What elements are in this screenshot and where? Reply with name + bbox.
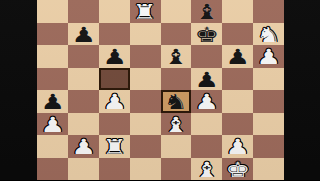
- white-pawn-h6[interactable]: ♟: [256, 48, 280, 66]
- square-h2[interactable]: [253, 135, 284, 158]
- black-knight-e4[interactable]: ♞: [164, 93, 188, 111]
- square-c2[interactable]: ♜: [99, 135, 130, 158]
- square-b7[interactable]: ♟: [68, 23, 99, 46]
- square-f4[interactable]: ♟: [191, 90, 222, 113]
- square-g8[interactable]: [222, 0, 253, 23]
- white-knight-h7[interactable]: ♞: [256, 25, 280, 43]
- square-c3[interactable]: [99, 113, 130, 136]
- chess-board: ♜♝♟♚♞♟♝♟♟♟♟♟♞♟♟♝♟♜♟♝♚: [37, 0, 284, 180]
- white-pawn-b2[interactable]: ♟: [71, 138, 95, 156]
- square-d5[interactable]: [130, 68, 161, 91]
- white-pawn-f4[interactable]: ♟: [195, 93, 219, 111]
- square-h3[interactable]: [253, 113, 284, 136]
- square-c8[interactable]: [99, 0, 130, 23]
- square-b4[interactable]: [68, 90, 99, 113]
- square-e8[interactable]: [161, 0, 192, 23]
- black-pawn-f5[interactable]: ♟: [195, 70, 219, 88]
- square-b3[interactable]: [68, 113, 99, 136]
- square-c6[interactable]: ♟: [99, 45, 130, 68]
- square-a1[interactable]: [37, 158, 68, 181]
- square-d1[interactable]: [130, 158, 161, 181]
- square-g7[interactable]: [222, 23, 253, 46]
- square-e1[interactable]: [161, 158, 192, 181]
- square-c5[interactable]: [99, 68, 130, 91]
- black-pawn-c6[interactable]: ♟: [102, 48, 126, 66]
- black-bishop-e6[interactable]: ♝: [164, 48, 188, 66]
- square-b5[interactable]: [68, 68, 99, 91]
- square-d3[interactable]: [130, 113, 161, 136]
- square-f8[interactable]: ♝: [191, 0, 222, 23]
- square-e2[interactable]: [161, 135, 192, 158]
- square-a5[interactable]: [37, 68, 68, 91]
- square-d6[interactable]: [130, 45, 161, 68]
- square-e7[interactable]: [161, 23, 192, 46]
- white-pawn-a3[interactable]: ♟: [40, 115, 64, 133]
- square-a7[interactable]: [37, 23, 68, 46]
- square-h8[interactable]: [253, 0, 284, 23]
- square-b2[interactable]: ♟: [68, 135, 99, 158]
- square-d7[interactable]: [130, 23, 161, 46]
- square-h6[interactable]: ♟: [253, 45, 284, 68]
- black-pawn-b7[interactable]: ♟: [71, 25, 95, 43]
- square-a4[interactable]: ♟: [37, 90, 68, 113]
- square-h1[interactable]: [253, 158, 284, 181]
- square-g6[interactable]: ♟: [222, 45, 253, 68]
- square-f3[interactable]: [191, 113, 222, 136]
- black-pawn-g6[interactable]: ♟: [225, 48, 249, 66]
- square-g2[interactable]: ♟: [222, 135, 253, 158]
- square-a8[interactable]: [37, 0, 68, 23]
- square-d4[interactable]: [130, 90, 161, 113]
- square-h7[interactable]: ♞: [253, 23, 284, 46]
- square-e6[interactable]: ♝: [161, 45, 192, 68]
- square-e5[interactable]: [161, 68, 192, 91]
- white-bishop-f1[interactable]: ♝: [195, 160, 219, 178]
- square-b1[interactable]: [68, 158, 99, 181]
- white-rook-c2[interactable]: ♜: [102, 138, 126, 156]
- square-g5[interactable]: [222, 68, 253, 91]
- square-e4[interactable]: ♞: [161, 90, 192, 113]
- square-b6[interactable]: [68, 45, 99, 68]
- black-pawn-a4[interactable]: ♟: [40, 93, 64, 111]
- square-c4[interactable]: ♟: [99, 90, 130, 113]
- square-g3[interactable]: [222, 113, 253, 136]
- square-a2[interactable]: [37, 135, 68, 158]
- square-f6[interactable]: [191, 45, 222, 68]
- square-b8[interactable]: [68, 0, 99, 23]
- square-d2[interactable]: [130, 135, 161, 158]
- black-king-f7[interactable]: ♚: [195, 25, 219, 43]
- white-bishop-e3[interactable]: ♝: [164, 115, 188, 133]
- square-a3[interactable]: ♟: [37, 113, 68, 136]
- square-e3[interactable]: ♝: [161, 113, 192, 136]
- square-f5[interactable]: ♟: [191, 68, 222, 91]
- square-a6[interactable]: [37, 45, 68, 68]
- square-f1[interactable]: ♝: [191, 158, 222, 181]
- square-f7[interactable]: ♚: [191, 23, 222, 46]
- white-rook-d8[interactable]: ♜: [133, 3, 157, 21]
- square-f2[interactable]: [191, 135, 222, 158]
- square-d8[interactable]: ♜: [130, 0, 161, 23]
- square-g4[interactable]: [222, 90, 253, 113]
- square-h4[interactable]: [253, 90, 284, 113]
- square-h5[interactable]: [253, 68, 284, 91]
- video-frame: ♜♝♟♚♞♟♝♟♟♟♟♟♞♟♟♝♟♜♟♝♚: [0, 0, 320, 180]
- square-c7[interactable]: [99, 23, 130, 46]
- square-c1[interactable]: [99, 158, 130, 181]
- square-g1[interactable]: ♚: [222, 158, 253, 181]
- white-pawn-c4[interactable]: ♟: [102, 93, 126, 111]
- white-king-g1[interactable]: ♚: [225, 160, 249, 178]
- black-bishop-f8[interactable]: ♝: [195, 3, 219, 21]
- white-pawn-g2[interactable]: ♟: [225, 138, 249, 156]
